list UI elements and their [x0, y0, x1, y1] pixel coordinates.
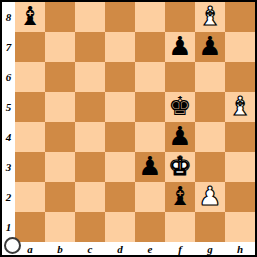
square-d1[interactable] — [105, 212, 135, 242]
file-label-e: e — [135, 242, 165, 255]
file-label-h: h — [225, 242, 255, 255]
file-label-g: g — [195, 242, 225, 255]
square-h8[interactable] — [225, 2, 255, 32]
square-g2[interactable]: ♟ — [195, 182, 225, 212]
square-f1[interactable] — [165, 212, 195, 242]
rank-label-3: 3 — [2, 152, 15, 182]
diagram-layout: 87654321 ♝♝♟♟♚♝♟♟♚♝♟ abcdefgh — [2, 2, 255, 255]
square-a4[interactable] — [15, 122, 45, 152]
square-h7[interactable] — [225, 32, 255, 62]
white-bishop-g8[interactable]: ♝ — [195, 2, 225, 32]
black-bishop-a8[interactable]: ♝ — [15, 2, 45, 32]
square-g5[interactable] — [195, 92, 225, 122]
square-c8[interactable] — [75, 2, 105, 32]
square-b7[interactable] — [45, 32, 75, 62]
black-pawn-e3[interactable]: ♟ — [135, 152, 165, 182]
white-king-f3[interactable]: ♚ — [165, 152, 195, 182]
square-h2[interactable] — [225, 182, 255, 212]
square-c6[interactable] — [75, 62, 105, 92]
square-d2[interactable] — [105, 182, 135, 212]
square-b4[interactable] — [45, 122, 75, 152]
file-label-d: d — [105, 242, 135, 255]
black-king-f5[interactable]: ♚ — [165, 92, 195, 122]
square-d8[interactable] — [105, 2, 135, 32]
rank-label-4: 4 — [2, 122, 15, 152]
square-d4[interactable] — [105, 122, 135, 152]
square-g6[interactable] — [195, 62, 225, 92]
rank-label-7: 7 — [2, 32, 15, 62]
square-h3[interactable] — [225, 152, 255, 182]
square-h4[interactable] — [225, 122, 255, 152]
square-e3[interactable]: ♟ — [135, 152, 165, 182]
square-f8[interactable] — [165, 2, 195, 32]
square-c3[interactable] — [75, 152, 105, 182]
square-a6[interactable] — [15, 62, 45, 92]
rank-label-2: 2 — [2, 182, 15, 212]
square-e7[interactable] — [135, 32, 165, 62]
square-f5[interactable]: ♚ — [165, 92, 195, 122]
square-d7[interactable] — [105, 32, 135, 62]
square-h6[interactable] — [225, 62, 255, 92]
black-pawn-f7[interactable]: ♟ — [165, 32, 195, 62]
square-a7[interactable] — [15, 32, 45, 62]
square-c2[interactable] — [75, 182, 105, 212]
file-label-c: c — [75, 242, 105, 255]
square-c1[interactable] — [75, 212, 105, 242]
square-b2[interactable] — [45, 182, 75, 212]
rank-label-5: 5 — [2, 92, 15, 122]
square-c5[interactable] — [75, 92, 105, 122]
white-pawn-g2[interactable]: ♟ — [195, 182, 225, 212]
square-f4[interactable]: ♟ — [165, 122, 195, 152]
square-g3[interactable] — [195, 152, 225, 182]
square-e1[interactable] — [135, 212, 165, 242]
white-bishop-h5[interactable]: ♝ — [225, 92, 255, 122]
side-to-move-indicator — [4, 237, 21, 254]
corner-cell — [2, 242, 15, 255]
square-a5[interactable] — [15, 92, 45, 122]
square-h1[interactable] — [225, 212, 255, 242]
chess-diagram: 87654321 ♝♝♟♟♚♝♟♟♚♝♟ abcdefgh — [0, 0, 257, 257]
square-b1[interactable] — [45, 212, 75, 242]
rank-label-8: 8 — [2, 2, 15, 32]
file-label-f: f — [165, 242, 195, 255]
black-pawn-f4[interactable]: ♟ — [165, 122, 195, 152]
square-e8[interactable] — [135, 2, 165, 32]
square-e5[interactable] — [135, 92, 165, 122]
square-f6[interactable] — [165, 62, 195, 92]
black-pawn-g7[interactable]: ♟ — [195, 32, 225, 62]
square-f7[interactable]: ♟ — [165, 32, 195, 62]
square-b5[interactable] — [45, 92, 75, 122]
file-label-b: b — [45, 242, 75, 255]
square-e2[interactable] — [135, 182, 165, 212]
black-bishop-f2[interactable]: ♝ — [165, 182, 195, 212]
square-a8[interactable]: ♝ — [15, 2, 45, 32]
square-f2[interactable]: ♝ — [165, 182, 195, 212]
square-a2[interactable] — [15, 182, 45, 212]
square-c4[interactable] — [75, 122, 105, 152]
file-labels: abcdefgh — [15, 242, 255, 255]
square-g4[interactable] — [195, 122, 225, 152]
square-h5[interactable]: ♝ — [225, 92, 255, 122]
square-g8[interactable]: ♝ — [195, 2, 225, 32]
square-f3[interactable]: ♚ — [165, 152, 195, 182]
square-g7[interactable]: ♟ — [195, 32, 225, 62]
square-b3[interactable] — [45, 152, 75, 182]
rank-labels: 87654321 — [2, 2, 15, 242]
square-d5[interactable] — [105, 92, 135, 122]
square-b8[interactable] — [45, 2, 75, 32]
square-d6[interactable] — [105, 62, 135, 92]
square-d3[interactable] — [105, 152, 135, 182]
square-c7[interactable] — [75, 32, 105, 62]
square-e6[interactable] — [135, 62, 165, 92]
square-e4[interactable] — [135, 122, 165, 152]
square-b6[interactable] — [45, 62, 75, 92]
rank-label-6: 6 — [2, 62, 15, 92]
square-a1[interactable] — [15, 212, 45, 242]
square-g1[interactable] — [195, 212, 225, 242]
chess-board: ♝♝♟♟♚♝♟♟♚♝♟ — [15, 2, 255, 242]
square-a3[interactable] — [15, 152, 45, 182]
